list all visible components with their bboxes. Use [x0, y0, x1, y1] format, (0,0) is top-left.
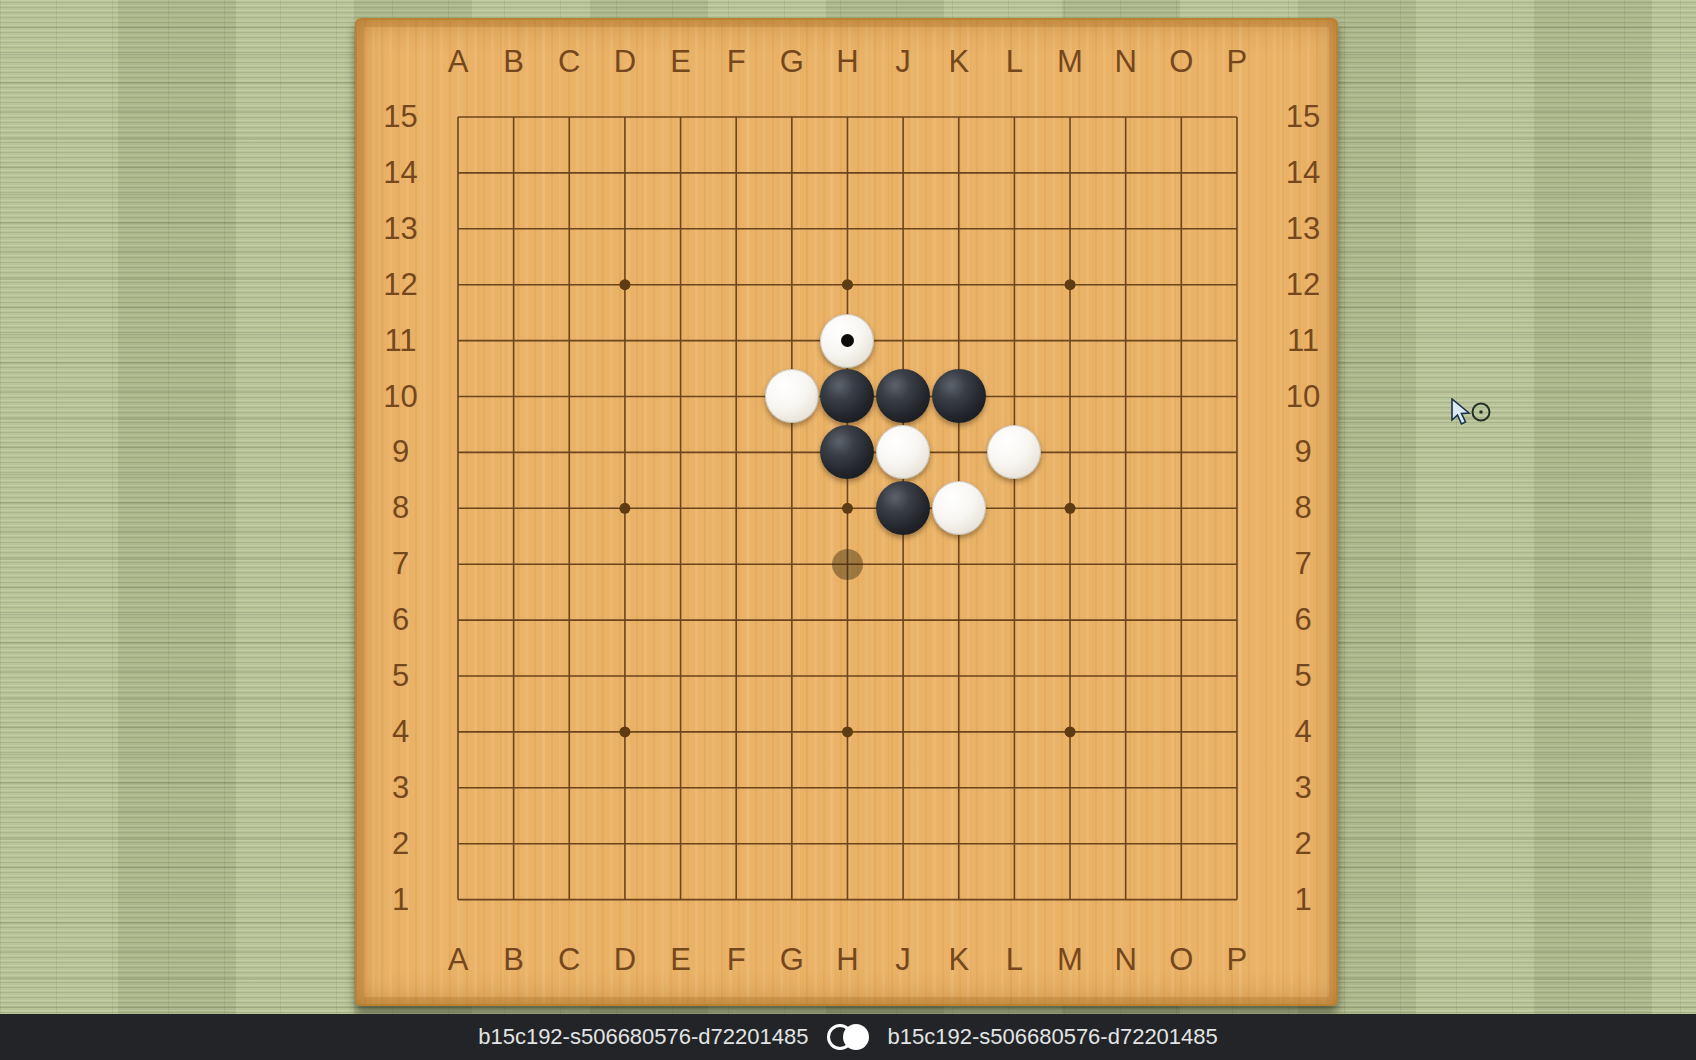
intersection-L4[interactable]	[986, 704, 1042, 760]
intersection-H14[interactable]	[820, 145, 876, 201]
row-label-left-2: 2	[392, 826, 409, 862]
intersection-K11[interactable]	[931, 313, 987, 369]
intersection-K7[interactable]	[931, 536, 987, 592]
intersection-B14[interactable]	[486, 145, 542, 201]
intersection-N13[interactable]	[1098, 201, 1154, 257]
intersection-L2[interactable]	[986, 816, 1042, 872]
intersection-D5[interactable]	[597, 648, 653, 704]
black-stone-K10	[932, 369, 986, 423]
intersection-E9[interactable]	[653, 424, 709, 480]
black-stone-H10	[820, 369, 874, 423]
intersection-K6[interactable]	[931, 592, 987, 648]
intersection-M8[interactable]	[1042, 480, 1098, 536]
intersection-C11[interactable]	[541, 313, 597, 369]
intersection-C12[interactable]	[541, 257, 597, 313]
intersection-D3[interactable]	[597, 760, 653, 816]
row-label-right-2: 2	[1294, 826, 1311, 862]
intersection-A3[interactable]	[430, 760, 486, 816]
intersection-H3[interactable]	[820, 760, 876, 816]
intersection-J15[interactable]	[875, 89, 931, 145]
intersection-A4[interactable]	[430, 704, 486, 760]
intersection-H4[interactable]	[820, 704, 876, 760]
intersection-E12[interactable]	[653, 257, 709, 313]
intersection-N12[interactable]	[1098, 257, 1154, 313]
intersection-K4[interactable]	[931, 704, 987, 760]
row-label-left-1: 1	[392, 882, 409, 918]
intersection-M3[interactable]	[1042, 760, 1098, 816]
intersection-B13[interactable]	[486, 201, 542, 257]
intersection-L5[interactable]	[986, 648, 1042, 704]
intersection-O6[interactable]	[1153, 592, 1209, 648]
col-label-bottom-F: F	[727, 942, 746, 978]
intersection-P12[interactable]	[1209, 257, 1265, 313]
intersection-E6[interactable]	[653, 592, 709, 648]
col-label-top-E: E	[670, 44, 691, 80]
white-stone-K8	[932, 481, 986, 535]
col-label-top-H: H	[836, 44, 858, 80]
intersection-F9[interactable]	[708, 424, 764, 480]
col-label-top-L: L	[1006, 44, 1023, 80]
row-label-right-12: 12	[1286, 267, 1320, 303]
intersection-D2[interactable]	[597, 816, 653, 872]
intersection-K9[interactable]	[931, 424, 987, 480]
intersection-L11[interactable]	[986, 313, 1042, 369]
intersection-H8[interactable]	[820, 480, 876, 536]
intersection-C10[interactable]	[541, 369, 597, 425]
intersection-D6[interactable]	[597, 592, 653, 648]
intersection-N3[interactable]	[1098, 760, 1154, 816]
col-label-top-K: K	[948, 44, 969, 80]
intersection-J7[interactable]	[875, 536, 931, 592]
intersection-N4[interactable]	[1098, 704, 1154, 760]
intersection-L14[interactable]	[986, 145, 1042, 201]
intersection-G15[interactable]	[764, 89, 820, 145]
intersection-J12[interactable]	[875, 257, 931, 313]
intersection-F1[interactable]	[708, 872, 764, 928]
intersection-A7[interactable]	[430, 536, 486, 592]
intersection-P2[interactable]	[1209, 816, 1265, 872]
row-label-right-9: 9	[1294, 434, 1311, 470]
intersection-F8[interactable]	[708, 480, 764, 536]
intersection-F3[interactable]	[708, 760, 764, 816]
intersection-B5[interactable]	[486, 648, 542, 704]
intersection-B6[interactable]	[486, 592, 542, 648]
intersection-E4[interactable]	[653, 704, 709, 760]
row-label-left-10: 10	[383, 379, 417, 415]
col-label-top-G: G	[780, 44, 804, 80]
row-label-right-4: 4	[1294, 714, 1311, 750]
status-bar: b15c192-s506680576-d72201485 b15c192-s50…	[0, 1014, 1696, 1060]
intersection-N1[interactable]	[1098, 872, 1154, 928]
intersection-J10[interactable]	[875, 369, 931, 425]
intersection-E2[interactable]	[653, 816, 709, 872]
row-label-right-8: 8	[1294, 490, 1311, 526]
row-label-left-3: 3	[392, 770, 409, 806]
intersection-K5[interactable]	[931, 648, 987, 704]
col-label-bottom-G: G	[780, 942, 804, 978]
intersection-J11[interactable]	[875, 313, 931, 369]
intersection-G1[interactable]	[764, 872, 820, 928]
intersection-O5[interactable]	[1153, 648, 1209, 704]
go-board: AABBCCDDEEFFGGHHJJKKLLMMNNOOPP1515141413…	[355, 18, 1338, 1006]
intersection-O2[interactable]	[1153, 816, 1209, 872]
intersection-P3[interactable]	[1209, 760, 1265, 816]
intersection-L1[interactable]	[986, 872, 1042, 928]
intersection-J14[interactable]	[875, 145, 931, 201]
col-label-bottom-N: N	[1114, 942, 1136, 978]
intersection-C15[interactable]	[541, 89, 597, 145]
intersection-C14[interactable]	[541, 145, 597, 201]
intersection-F6[interactable]	[708, 592, 764, 648]
intersection-D9[interactable]	[597, 424, 653, 480]
intersection-H6[interactable]	[820, 592, 876, 648]
col-label-top-D: D	[614, 44, 636, 80]
intersection-G6[interactable]	[764, 592, 820, 648]
mouse-cursor-icon	[1451, 398, 1495, 434]
intersection-A2[interactable]	[430, 816, 486, 872]
session-id-right: b15c192-s506680576-d72201485	[888, 1024, 1218, 1050]
intersection-E13[interactable]	[653, 201, 709, 257]
intersection-G14[interactable]	[764, 145, 820, 201]
intersection-A14[interactable]	[430, 145, 486, 201]
intersection-O9[interactable]	[1153, 424, 1209, 480]
intersection-E1[interactable]	[653, 872, 709, 928]
row-label-right-7: 7	[1294, 546, 1311, 582]
intersection-N2[interactable]	[1098, 816, 1154, 872]
intersection-P4[interactable]	[1209, 704, 1265, 760]
session-id-left: b15c192-s506680576-d72201485	[478, 1024, 808, 1050]
intersection-O15[interactable]	[1153, 89, 1209, 145]
intersection-N9[interactable]	[1098, 424, 1154, 480]
intersection-O14[interactable]	[1153, 145, 1209, 201]
intersection-K15[interactable]	[931, 89, 987, 145]
intersection-C4[interactable]	[541, 704, 597, 760]
row-label-left-7: 7	[392, 546, 409, 582]
col-label-bottom-B: B	[503, 942, 524, 978]
intersection-M6[interactable]	[1042, 592, 1098, 648]
col-label-top-B: B	[503, 44, 524, 80]
intersection-L3[interactable]	[986, 760, 1042, 816]
intersection-K2[interactable]	[931, 816, 987, 872]
intersection-F5[interactable]	[708, 648, 764, 704]
intersection-G2[interactable]	[764, 816, 820, 872]
intersection-A13[interactable]	[430, 201, 486, 257]
intersection-G13[interactable]	[764, 201, 820, 257]
intersection-A11[interactable]	[430, 313, 486, 369]
row-label-left-15: 15	[383, 99, 417, 135]
white-stone-L9	[987, 425, 1041, 479]
intersection-M7[interactable]	[1042, 536, 1098, 592]
col-label-bottom-K: K	[948, 942, 969, 978]
col-label-bottom-C: C	[558, 942, 580, 978]
col-label-bottom-D: D	[614, 942, 636, 978]
row-label-left-11: 11	[384, 323, 416, 359]
intersection-B2[interactable]	[486, 816, 542, 872]
intersection-B9[interactable]	[486, 424, 542, 480]
intersection-D11[interactable]	[597, 313, 653, 369]
intersection-N7[interactable]	[1098, 536, 1154, 592]
row-label-right-14: 14	[1286, 155, 1320, 191]
white-stone-J9	[876, 425, 930, 479]
intersection-E14[interactable]	[653, 145, 709, 201]
intersection-P9[interactable]	[1209, 424, 1265, 480]
intersection-K1[interactable]	[931, 872, 987, 928]
intersection-H10[interactable]	[820, 369, 876, 425]
intersection-E15[interactable]	[653, 89, 709, 145]
intersection-M4[interactable]	[1042, 704, 1098, 760]
intersection-C13[interactable]	[541, 201, 597, 257]
intersection-J4[interactable]	[875, 704, 931, 760]
intersection-L6[interactable]	[986, 592, 1042, 648]
intersection-L8[interactable]	[986, 480, 1042, 536]
intersection-M14[interactable]	[1042, 145, 1098, 201]
intersection-J1[interactable]	[875, 872, 931, 928]
last-move-marker	[841, 334, 854, 347]
intersection-P10[interactable]	[1209, 369, 1265, 425]
intersection-F11[interactable]	[708, 313, 764, 369]
intersection-J3[interactable]	[875, 760, 931, 816]
intersection-J9[interactable]	[875, 424, 931, 480]
intersection-D13[interactable]	[597, 201, 653, 257]
intersection-D7[interactable]	[597, 536, 653, 592]
intersection-C8[interactable]	[541, 480, 597, 536]
intersection-M5[interactable]	[1042, 648, 1098, 704]
intersection-N15[interactable]	[1098, 89, 1154, 145]
col-label-top-J: J	[895, 44, 911, 80]
intersection-G4[interactable]	[764, 704, 820, 760]
intersection-B12[interactable]	[486, 257, 542, 313]
intersection-E5[interactable]	[653, 648, 709, 704]
row-label-left-6: 6	[392, 602, 409, 638]
app-root: AABBCCDDEEFFGGHHJJKKLLMMNNOOPP1515141413…	[0, 0, 1696, 1060]
intersection-E8[interactable]	[653, 480, 709, 536]
col-label-bottom-A: A	[448, 942, 469, 978]
intersection-A10[interactable]	[430, 369, 486, 425]
intersection-H2[interactable]	[820, 816, 876, 872]
intersection-M2[interactable]	[1042, 816, 1098, 872]
intersection-J13[interactable]	[875, 201, 931, 257]
intersection-H15[interactable]	[820, 89, 876, 145]
intersection-P14[interactable]	[1209, 145, 1265, 201]
intersection-G9[interactable]	[764, 424, 820, 480]
intersection-N10[interactable]	[1098, 369, 1154, 425]
intersection-O11[interactable]	[1153, 313, 1209, 369]
intersection-O7[interactable]	[1153, 536, 1209, 592]
intersection-K8[interactable]	[931, 480, 987, 536]
col-label-top-N: N	[1114, 44, 1136, 80]
intersection-M9[interactable]	[1042, 424, 1098, 480]
intersection-L10[interactable]	[986, 369, 1042, 425]
intersection-N8[interactable]	[1098, 480, 1154, 536]
intersection-A9[interactable]	[430, 424, 486, 480]
intersection-H11[interactable]	[820, 313, 876, 369]
row-label-left-12: 12	[383, 267, 417, 303]
intersection-N6[interactable]	[1098, 592, 1154, 648]
intersection-F12[interactable]	[708, 257, 764, 313]
intersection-B1[interactable]	[486, 872, 542, 928]
intersection-M13[interactable]	[1042, 201, 1098, 257]
row-label-left-9: 9	[392, 434, 409, 470]
intersection-F4[interactable]	[708, 704, 764, 760]
intersection-M10[interactable]	[1042, 369, 1098, 425]
col-label-top-O: O	[1169, 44, 1193, 80]
intersection-D4[interactable]	[597, 704, 653, 760]
intersection-J2[interactable]	[875, 816, 931, 872]
col-label-bottom-L: L	[1006, 942, 1023, 978]
intersection-D15[interactable]	[597, 89, 653, 145]
col-label-bottom-M: M	[1057, 942, 1083, 978]
intersection-K3[interactable]	[931, 760, 987, 816]
intersection-K10[interactable]	[931, 369, 987, 425]
intersection-D8[interactable]	[597, 480, 653, 536]
row-label-left-13: 13	[383, 211, 417, 247]
intersection-B11[interactable]	[486, 313, 542, 369]
intersection-H7[interactable]	[820, 536, 876, 592]
row-label-right-1: 1	[1294, 882, 1311, 918]
intersection-G10[interactable]	[764, 369, 820, 425]
col-label-top-P: P	[1227, 44, 1248, 80]
intersection-A6[interactable]	[430, 592, 486, 648]
intersection-P11[interactable]	[1209, 313, 1265, 369]
intersection-H13[interactable]	[820, 201, 876, 257]
col-label-top-M: M	[1057, 44, 1083, 80]
intersection-F7[interactable]	[708, 536, 764, 592]
col-label-top-F: F	[727, 44, 746, 80]
col-label-top-A: A	[448, 44, 469, 80]
col-label-bottom-P: P	[1227, 942, 1248, 978]
intersection-B15[interactable]	[486, 89, 542, 145]
intersection-O12[interactable]	[1153, 257, 1209, 313]
intersection-O4[interactable]	[1153, 704, 1209, 760]
intersection-P1[interactable]	[1209, 872, 1265, 928]
intersection-H9[interactable]	[820, 424, 876, 480]
intersection-P7[interactable]	[1209, 536, 1265, 592]
intersection-M1[interactable]	[1042, 872, 1098, 928]
move-preview-ghost	[832, 549, 863, 580]
intersection-B8[interactable]	[486, 480, 542, 536]
row-label-right-6: 6	[1294, 602, 1311, 638]
intersection-M15[interactable]	[1042, 89, 1098, 145]
intersection-B10[interactable]	[486, 369, 542, 425]
intersection-C9[interactable]	[541, 424, 597, 480]
intersection-G11[interactable]	[764, 313, 820, 369]
intersection-P6[interactable]	[1209, 592, 1265, 648]
intersection-D10[interactable]	[597, 369, 653, 425]
intersection-A8[interactable]	[430, 480, 486, 536]
intersection-K13[interactable]	[931, 201, 987, 257]
intersection-O10[interactable]	[1153, 369, 1209, 425]
intersection-F2[interactable]	[708, 816, 764, 872]
intersection-C3[interactable]	[541, 760, 597, 816]
col-label-bottom-E: E	[670, 942, 691, 978]
white-stone-G10	[765, 369, 819, 423]
intersection-F14[interactable]	[708, 145, 764, 201]
intersection-E11[interactable]	[653, 313, 709, 369]
col-label-bottom-O: O	[1169, 942, 1193, 978]
intersection-A15[interactable]	[430, 89, 486, 145]
intersection-E10[interactable]	[653, 369, 709, 425]
intersection-G3[interactable]	[764, 760, 820, 816]
row-label-right-13: 13	[1286, 211, 1320, 247]
intersection-O3[interactable]	[1153, 760, 1209, 816]
intersection-F15[interactable]	[708, 89, 764, 145]
intersection-B3[interactable]	[486, 760, 542, 816]
intersection-B7[interactable]	[486, 536, 542, 592]
intersection-F10[interactable]	[708, 369, 764, 425]
intersection-C1[interactable]	[541, 872, 597, 928]
intersection-G5[interactable]	[764, 648, 820, 704]
black-white-stones-icon	[827, 1023, 870, 1051]
intersection-P13[interactable]	[1209, 201, 1265, 257]
intersection-E3[interactable]	[653, 760, 709, 816]
intersection-G8[interactable]	[764, 480, 820, 536]
intersection-M11[interactable]	[1042, 313, 1098, 369]
intersection-C2[interactable]	[541, 816, 597, 872]
intersection-P15[interactable]	[1209, 89, 1265, 145]
row-label-right-11: 11	[1287, 323, 1319, 359]
intersection-L7[interactable]	[986, 536, 1042, 592]
intersection-A5[interactable]	[430, 648, 486, 704]
intersection-N5[interactable]	[1098, 648, 1154, 704]
intersection-C7[interactable]	[541, 536, 597, 592]
row-label-left-8: 8	[392, 490, 409, 526]
intersection-A1[interactable]	[430, 872, 486, 928]
row-label-left-4: 4	[392, 714, 409, 750]
intersection-O8[interactable]	[1153, 480, 1209, 536]
intersection-C5[interactable]	[541, 648, 597, 704]
intersection-A12[interactable]	[430, 257, 486, 313]
intersection-K14[interactable]	[931, 145, 987, 201]
white-stone-H11	[820, 314, 874, 368]
intersection-H5[interactable]	[820, 648, 876, 704]
intersection-H12[interactable]	[820, 257, 876, 313]
intersection-D1[interactable]	[597, 872, 653, 928]
intersection-D14[interactable]	[597, 145, 653, 201]
intersection-K12[interactable]	[931, 257, 987, 313]
intersection-L12[interactable]	[986, 257, 1042, 313]
intersection-O1[interactable]	[1153, 872, 1209, 928]
intersection-O13[interactable]	[1153, 201, 1209, 257]
intersection-F13[interactable]	[708, 201, 764, 257]
intersection-D12[interactable]	[597, 257, 653, 313]
intersection-L15[interactable]	[986, 89, 1042, 145]
intersection-J5[interactable]	[875, 648, 931, 704]
intersection-P8[interactable]	[1209, 480, 1265, 536]
board-intersections	[430, 89, 1264, 927]
intersection-H1[interactable]	[820, 872, 876, 928]
row-label-right-5: 5	[1294, 658, 1311, 694]
row-label-right-15: 15	[1286, 99, 1320, 135]
intersection-N11[interactable]	[1098, 313, 1154, 369]
row-label-left-5: 5	[392, 658, 409, 694]
row-label-left-14: 14	[383, 155, 417, 191]
intersection-G7[interactable]	[764, 536, 820, 592]
intersection-M12[interactable]	[1042, 257, 1098, 313]
black-stone-J8	[876, 481, 930, 535]
intersection-J6[interactable]	[875, 592, 931, 648]
intersection-L9[interactable]	[986, 424, 1042, 480]
intersection-B4[interactable]	[486, 704, 542, 760]
intersection-G12[interactable]	[764, 257, 820, 313]
intersection-E7[interactable]	[653, 536, 709, 592]
intersection-C6[interactable]	[541, 592, 597, 648]
intersection-N14[interactable]	[1098, 145, 1154, 201]
intersection-L13[interactable]	[986, 201, 1042, 257]
row-label-right-3: 3	[1294, 770, 1311, 806]
black-stone-J10	[876, 369, 930, 423]
intersection-J8[interactable]	[875, 480, 931, 536]
intersection-P5[interactable]	[1209, 648, 1265, 704]
